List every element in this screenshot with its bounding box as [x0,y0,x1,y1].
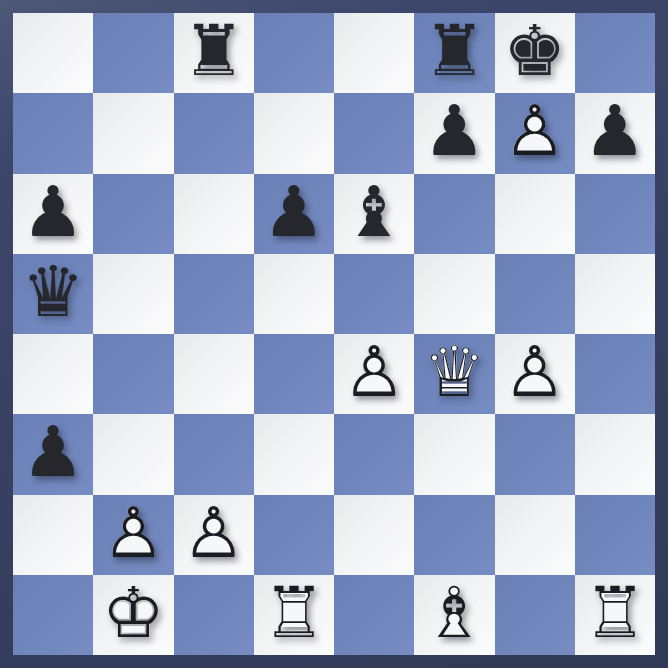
square-b4[interactable] [93,334,173,414]
square-d4[interactable] [254,334,334,414]
square-f5[interactable] [414,254,494,334]
square-g6[interactable] [495,174,575,254]
black-pawn-glyph: ♟ [414,93,494,173]
square-h6[interactable] [575,174,655,254]
black-pawn[interactable]: ♟ [13,414,93,494]
white-bishop-outline: ♗ [414,575,494,655]
square-e6[interactable]: ♝ [334,174,414,254]
square-d6[interactable]: ♟ [254,174,334,254]
black-queen[interactable]: ♛ [13,254,93,334]
square-e4[interactable]: ♟♙ [334,334,414,414]
white-rook[interactable]: ♜♖ [575,575,655,655]
square-d7[interactable] [254,93,334,173]
square-a3[interactable]: ♟ [13,414,93,494]
square-h2[interactable] [575,495,655,575]
black-pawn-glyph: ♟ [575,93,655,173]
square-h7[interactable]: ♟ [575,93,655,173]
white-pawn[interactable]: ♟♙ [334,334,414,414]
square-c6[interactable] [174,174,254,254]
black-pawn-glyph: ♟ [13,414,93,494]
square-d8[interactable] [254,13,334,93]
square-b8[interactable] [93,13,173,93]
board-frame: ♜♜♚♟♟♙♟♟♟♝♛♟♙♛♕♟♙♟♟♙♟♙♚♔♜♖♝♗♜♖ [0,0,668,668]
white-queen[interactable]: ♛♕ [414,334,494,414]
square-c4[interactable] [174,334,254,414]
black-bishop[interactable]: ♝ [334,174,414,254]
white-pawn[interactable]: ♟♙ [495,93,575,173]
square-g5[interactable] [495,254,575,334]
white-queen-outline: ♕ [414,334,494,414]
black-rook[interactable]: ♜ [414,13,494,93]
square-b1[interactable]: ♚♔ [93,575,173,655]
square-h1[interactable]: ♜♖ [575,575,655,655]
square-b3[interactable] [93,414,173,494]
white-pawn-outline: ♙ [93,495,173,575]
black-pawn[interactable]: ♟ [575,93,655,173]
square-a8[interactable] [13,13,93,93]
white-bishop[interactable]: ♝♗ [414,575,494,655]
square-a4[interactable] [13,334,93,414]
square-g1[interactable] [495,575,575,655]
square-g3[interactable] [495,414,575,494]
square-f8[interactable]: ♜ [414,13,494,93]
square-c3[interactable] [174,414,254,494]
square-b6[interactable] [93,174,173,254]
square-f7[interactable]: ♟ [414,93,494,173]
square-e3[interactable] [334,414,414,494]
black-rook[interactable]: ♜ [174,13,254,93]
square-c1[interactable] [174,575,254,655]
square-b2[interactable]: ♟♙ [93,495,173,575]
chess-board: ♜♜♚♟♟♙♟♟♟♝♛♟♙♛♕♟♙♟♟♙♟♙♚♔♜♖♝♗♜♖ [13,13,655,655]
white-king[interactable]: ♚♔ [93,575,173,655]
square-b7[interactable] [93,93,173,173]
square-e2[interactable] [334,495,414,575]
square-g2[interactable] [495,495,575,575]
black-pawn[interactable]: ♟ [13,174,93,254]
square-e5[interactable] [334,254,414,334]
white-pawn[interactable]: ♟♙ [495,334,575,414]
square-c5[interactable] [174,254,254,334]
square-a1[interactable] [13,575,93,655]
square-a7[interactable] [13,93,93,173]
square-e8[interactable] [334,13,414,93]
black-pawn-glyph: ♟ [13,174,93,254]
black-rook-glyph: ♜ [414,13,494,93]
square-g8[interactable]: ♚ [495,13,575,93]
black-queen-glyph: ♛ [13,254,93,334]
square-e1[interactable] [334,575,414,655]
square-a5[interactable]: ♛ [13,254,93,334]
square-c8[interactable]: ♜ [174,13,254,93]
square-c2[interactable]: ♟♙ [174,495,254,575]
white-rook-outline: ♖ [575,575,655,655]
white-rook[interactable]: ♜♖ [254,575,334,655]
square-f1[interactable]: ♝♗ [414,575,494,655]
square-h8[interactable] [575,13,655,93]
black-pawn-glyph: ♟ [254,174,334,254]
white-pawn[interactable]: ♟♙ [174,495,254,575]
square-f2[interactable] [414,495,494,575]
square-a6[interactable]: ♟ [13,174,93,254]
white-pawn-outline: ♙ [495,334,575,414]
white-king-outline: ♔ [93,575,173,655]
square-d5[interactable] [254,254,334,334]
square-c7[interactable] [174,93,254,173]
square-d2[interactable] [254,495,334,575]
square-a2[interactable] [13,495,93,575]
square-h3[interactable] [575,414,655,494]
white-pawn-outline: ♙ [334,334,414,414]
square-h4[interactable] [575,334,655,414]
white-pawn-outline: ♙ [495,93,575,173]
square-g7[interactable]: ♟♙ [495,93,575,173]
black-king[interactable]: ♚ [495,13,575,93]
white-rook-outline: ♖ [254,575,334,655]
square-f6[interactable] [414,174,494,254]
square-b5[interactable] [93,254,173,334]
square-f3[interactable] [414,414,494,494]
black-rook-glyph: ♜ [174,13,254,93]
square-e7[interactable] [334,93,414,173]
black-pawn[interactable]: ♟ [254,174,334,254]
black-king-glyph: ♚ [495,13,575,93]
square-f4[interactable]: ♛♕ [414,334,494,414]
white-pawn-outline: ♙ [174,495,254,575]
square-d1[interactable]: ♜♖ [254,575,334,655]
black-pawn[interactable]: ♟ [414,93,494,173]
square-d3[interactable] [254,414,334,494]
black-bishop-glyph: ♝ [334,174,414,254]
square-g4[interactable]: ♟♙ [495,334,575,414]
white-pawn[interactable]: ♟♙ [93,495,173,575]
square-h5[interactable] [575,254,655,334]
